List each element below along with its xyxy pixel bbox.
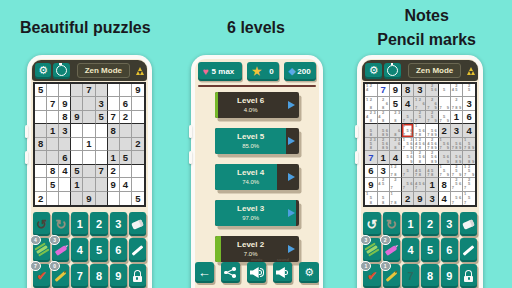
cell-r8c9[interactable]: 257	[463, 178, 475, 191]
pencil-mark: 9	[434, 106, 438, 110]
cell-r3c4[interactable]: 9	[71, 111, 83, 124]
cell-r6c4[interactable]	[71, 151, 83, 164]
cell-r4c1[interactable]: 58	[365, 124, 377, 137]
cell-r2c3[interactable]: 9	[59, 97, 71, 110]
pencil-mark: 5	[467, 88, 471, 92]
cell-r6c3[interactable]: 4	[390, 151, 402, 164]
cell-r1c4[interactable]: 8	[402, 84, 414, 97]
pencil-mark: 6	[434, 88, 438, 92]
cell-r6c5[interactable]	[83, 151, 95, 164]
digit-9-button[interactable]: 9	[441, 264, 458, 288]
cell-r3c6[interactable]: 5	[96, 111, 108, 124]
given-digit: 1	[429, 180, 434, 190]
music-button[interactable]: music	[247, 262, 266, 283]
cell-r6c7[interactable]: 569	[439, 151, 451, 164]
cell-r9c9[interactable]: 157	[463, 192, 475, 205]
cell-r4c7[interactable]: 2	[439, 124, 451, 137]
cell-r1c3[interactable]: 9	[390, 84, 402, 97]
entered-digit: 7	[380, 85, 385, 95]
volume-button[interactable]	[25, 125, 28, 138]
cell-r4c2[interactable]: 5689	[378, 124, 390, 137]
undo-button[interactable]: ↺	[33, 212, 50, 236]
cell-r5c7[interactable]	[108, 138, 120, 151]
cell-r3c3[interactable]: 238	[390, 111, 402, 124]
cell-r5c2[interactable]: 25689	[378, 138, 390, 151]
undo-button[interactable]: ↺	[363, 212, 380, 236]
given-digit: 7	[50, 99, 55, 109]
volume-button[interactable]	[355, 151, 358, 164]
cell-r2c5[interactable]: 1267	[414, 97, 426, 110]
cell-r8c4[interactable]: 567	[402, 178, 414, 191]
cell-r1c7[interactable]	[108, 84, 120, 97]
cell-r4c6[interactable]: 56789	[426, 124, 438, 137]
bottom-nav: ←musicsound⚙	[195, 262, 319, 283]
given-digit: 9	[393, 85, 398, 95]
lock-button[interactable]	[129, 264, 146, 288]
pencil-icon	[55, 271, 67, 282]
level-label: Level 2	[215, 240, 287, 249]
pencil-mark: 7	[414, 106, 418, 110]
cell-r3c9[interactable]: 6	[463, 111, 475, 124]
cell-r8c3[interactable]: 27	[390, 178, 402, 191]
cell-r8c9[interactable]	[132, 178, 144, 191]
cell-r3c1[interactable]: 2348	[365, 111, 377, 124]
cell-r7c9[interactable]	[132, 165, 144, 178]
digit-7-button[interactable]: 7	[402, 264, 419, 288]
cell-r7c1[interactable]	[35, 165, 47, 178]
pen-icon	[463, 245, 475, 256]
given-digit: 5	[38, 85, 43, 95]
pencil-mark: 6	[397, 142, 401, 146]
level-progress: 4.0%	[215, 107, 287, 113]
cell-r2c8[interactable]: 6	[120, 97, 132, 110]
cell-r3c8[interactable]: 2	[120, 111, 132, 124]
sound-button[interactable]: sound	[273, 262, 292, 283]
cell-r8c2[interactable]: 245	[378, 178, 390, 191]
cell-r9c6[interactable]	[96, 192, 108, 205]
cell-r3c9[interactable]	[132, 111, 144, 124]
given-digit: 3	[454, 126, 459, 136]
achievements-icon[interactable]	[136, 67, 144, 75]
share-button[interactable]	[221, 262, 240, 283]
cell-r9c5[interactable]: 9	[83, 192, 95, 205]
marker-button[interactable]: 3	[52, 238, 69, 262]
pencil-mark: 2	[393, 178, 397, 182]
cell-r2c2[interactable]: 268	[378, 97, 390, 110]
given-digit: 6	[123, 99, 128, 109]
count-badge: 1	[380, 261, 391, 271]
cell-r2c3[interactable]: 5	[390, 97, 402, 110]
cell-r2c6[interactable]: 2679	[426, 97, 438, 110]
pencils-button[interactable]: 3	[363, 238, 380, 262]
cell-r7c7[interactable]: 1579	[439, 165, 451, 178]
cell-r8c4[interactable]: 1	[71, 178, 83, 191]
cell-r7c3[interactable]: 4	[59, 165, 71, 178]
divider	[198, 85, 316, 87]
cell-r3c8[interactable]: 1	[451, 111, 463, 124]
cell-r9c6[interactable]: 3	[426, 192, 438, 205]
cell-r2c8[interactable]: 2789	[451, 97, 463, 110]
level-item-level-5[interactable]: Level 585.0%	[215, 128, 299, 154]
cell-r5c4[interactable]: 135679	[402, 138, 414, 151]
pencil-mark: 3	[373, 111, 377, 115]
digit-4-button[interactable]: 4	[71, 238, 88, 262]
cell-r7c8[interactable]	[120, 165, 132, 178]
cell-r9c9[interactable]: 5	[132, 192, 144, 205]
timer-button[interactable]	[384, 63, 401, 79]
given-digit: 9	[74, 112, 79, 122]
cell-r5c5[interactable]: 1245678	[414, 138, 426, 151]
digit-6-button[interactable]: 6	[441, 238, 458, 262]
cell-r1c6[interactable]: 256	[426, 84, 438, 97]
entered-digit: 7	[368, 153, 373, 163]
pencil-mark: 9	[434, 133, 438, 137]
pen-button[interactable]	[460, 238, 477, 262]
pencils-button[interactable]: 4	[33, 238, 50, 262]
cell-r3c2[interactable]: 248	[378, 111, 390, 124]
cell-r4c9[interactable]	[132, 124, 144, 137]
settings-button[interactable]: ⚙	[365, 63, 382, 79]
digit-8-button[interactable]: 8	[90, 264, 107, 288]
level-item-level-6[interactable]: Level 64.0%	[215, 92, 299, 118]
redo-button[interactable]: ↻	[383, 212, 400, 236]
gems-value: 200	[297, 67, 310, 76]
pencil-mark: 8	[393, 200, 397, 205]
cell-r9c4[interactable]	[71, 192, 83, 205]
cell-r5c3[interactable]	[59, 138, 71, 151]
lives-pill: ♥5 max	[198, 62, 242, 81]
cell-r8c6[interactable]: 1	[426, 178, 438, 191]
pencil-mark: 7	[414, 186, 418, 190]
cell-r3c2[interactable]	[47, 111, 59, 124]
given-digit: 4	[405, 99, 410, 109]
digit-7-button[interactable]: 7	[71, 264, 88, 288]
sudoku-board-right: 1247983256524525128268541267267979278932…	[363, 82, 477, 207]
cell-r7c5[interactable]	[83, 165, 95, 178]
cell-r3c5[interactable]	[83, 111, 95, 124]
cell-r9c1[interactable]: 2	[35, 192, 47, 205]
cell-r4c2[interactable]: 1	[47, 124, 59, 137]
volume-button[interactable]	[355, 125, 358, 138]
cell-r6c1[interactable]: 7	[365, 151, 377, 164]
cell-r1c6[interactable]	[96, 84, 108, 97]
check-icon: ✔	[367, 270, 377, 282]
cell-r9c7[interactable]	[108, 192, 120, 205]
marker-button[interactable]: 2	[383, 238, 400, 262]
cell-r3c6[interactable]: 2579	[426, 111, 438, 124]
given-digit: 2	[111, 166, 116, 176]
cell-r4c3[interactable]: 3	[59, 124, 71, 137]
cell-r8c3[interactable]	[59, 178, 71, 191]
cell-r7c9[interactable]: 12579	[463, 165, 475, 178]
cell-r6c2[interactable]	[47, 151, 59, 164]
cell-r4c8[interactable]	[120, 124, 132, 137]
cell-r6c3[interactable]: 6	[59, 151, 71, 164]
settings-button[interactable]: ⚙	[299, 262, 318, 283]
pencil-mark: 7	[451, 186, 455, 190]
cell-r1c7[interactable]: 5	[439, 84, 451, 97]
cell-r3c4[interactable]: 579	[402, 111, 414, 124]
given-digit: 3	[62, 126, 67, 136]
eraser-button[interactable]	[460, 212, 477, 236]
cell-r4c6[interactable]	[96, 124, 108, 137]
given-digit: 4	[467, 126, 472, 136]
cell-r9c8[interactable]: 567	[451, 192, 463, 205]
cell-r2c4[interactable]	[71, 97, 83, 110]
pencil-mark: 9	[385, 146, 389, 150]
level-item-level-4[interactable]: Level 474.0%	[215, 164, 299, 190]
cell-r2c1[interactable]	[35, 97, 47, 110]
digit-3-button[interactable]: 3	[110, 212, 127, 236]
cell-r7c2[interactable]: 8	[47, 165, 59, 178]
cell-r1c9[interactable]: 9	[132, 84, 144, 97]
cell-r9c1[interactable]: 158	[365, 192, 377, 205]
tool-pad-right: ↺↻12332456✔11789	[362, 212, 478, 288]
cell-r8c7[interactable]: 9	[108, 178, 120, 191]
pencil-mark: 9	[458, 173, 462, 177]
cell-r9c3[interactable]	[59, 192, 71, 205]
cell-r4c9[interactable]: 4	[463, 124, 475, 137]
digit-5-button[interactable]: 5	[90, 238, 107, 262]
cell-r7c7[interactable]: 2	[108, 165, 120, 178]
pen-button[interactable]	[129, 238, 146, 262]
redo-button[interactable]: ↻	[52, 212, 69, 236]
given-digit: 2	[405, 194, 410, 204]
panel-title: NotesPencil marks	[341, 0, 512, 52]
cell-r6c1[interactable]	[35, 151, 47, 164]
cell-r9c2[interactable]: 58	[378, 192, 390, 205]
cell-r3c7[interactable]: 7	[108, 111, 120, 124]
cell-r6c5[interactable]: 2568	[414, 151, 426, 164]
play-icon	[288, 245, 295, 253]
check-button[interactable]: ✔7	[33, 264, 50, 288]
cell-r7c6[interactable]: 4578	[426, 165, 438, 178]
cell-r5c3[interactable]: 2368	[390, 138, 402, 151]
pencil-mark: 6	[409, 182, 413, 186]
cell-r5c5[interactable]: 1	[83, 138, 95, 151]
cell-r2c6[interactable]: 3	[96, 97, 108, 110]
cell-r6c9[interactable]: 589	[463, 151, 475, 164]
cell-r6c6[interactable]	[96, 151, 108, 164]
cell-r8c2[interactable]: 5	[47, 178, 59, 191]
cell-r1c5[interactable]: 7	[83, 84, 95, 97]
cell-r7c6[interactable]: 7	[96, 165, 108, 178]
cell-r5c8[interactable]	[120, 138, 132, 151]
cell-r5c9[interactable]: 2	[132, 138, 144, 151]
cell-r1c4[interactable]	[71, 84, 83, 97]
digit-5-button[interactable]: 5	[421, 238, 438, 262]
zen-mode-button[interactable]: Zen Mode	[77, 63, 130, 78]
cell-r1c1[interactable]: 5	[35, 84, 47, 97]
cell-r2c9[interactable]	[132, 97, 144, 110]
cell-r7c4[interactable]: 57	[402, 165, 414, 178]
digit-2-button[interactable]: 2	[421, 212, 438, 236]
zen-mode-button[interactable]: Zen Mode	[408, 63, 461, 78]
digit-6-button[interactable]: 6	[110, 238, 127, 262]
cell-r2c4[interactable]: 4	[402, 97, 414, 110]
cell-r2c7[interactable]: 79	[439, 97, 451, 110]
cell-r5c1[interactable]: 2358	[365, 138, 377, 151]
digit-2-button[interactable]: 2	[90, 212, 107, 236]
pencil-mark: 9	[446, 146, 450, 150]
cell-r9c5[interactable]: 9	[414, 192, 426, 205]
cell-r1c5[interactable]: 3	[414, 84, 426, 97]
cell-r4c1[interactable]	[35, 124, 47, 137]
cell-r2c2[interactable]: 7	[47, 97, 59, 110]
cell-r4c7[interactable]: 8	[108, 124, 120, 137]
cell-r6c4[interactable]: 3569	[402, 151, 414, 164]
cell-r5c6[interactable]	[96, 138, 108, 151]
sudoku-board-left: 579793689572138812615845725194295	[33, 82, 146, 207]
given-digit: 9	[135, 85, 140, 95]
pencil-mark: 6	[458, 182, 462, 186]
cell-r7c8[interactable]: 2579	[451, 165, 463, 178]
cell-r4c5[interactable]: 15678	[414, 124, 426, 137]
given-digit: 9	[86, 194, 91, 204]
given-digit: 2	[123, 112, 128, 122]
volume-button[interactable]	[25, 151, 28, 164]
cell-r4c3[interactable]: 68	[390, 124, 402, 137]
pencil-mark: 8	[418, 159, 422, 163]
cell-r8c1[interactable]	[35, 178, 47, 191]
cell-r5c4[interactable]	[71, 138, 83, 151]
given-digit: 3	[467, 99, 472, 109]
timer-button[interactable]	[53, 63, 69, 79]
digit-3-button[interactable]: 3	[441, 212, 458, 236]
cell-r8c5[interactable]: 4567	[414, 178, 426, 191]
cell-r6c6[interactable]: 25689	[426, 151, 438, 164]
lock-button[interactable]	[460, 264, 477, 288]
digit-1-button[interactable]: 1	[71, 212, 88, 236]
cell-r4c8[interactable]: 3	[451, 124, 463, 137]
given-digit: 4	[393, 153, 398, 163]
cell-r4c5[interactable]	[83, 124, 95, 137]
cell-r7c1[interactable]: 6	[365, 165, 377, 178]
cell-r7c4[interactable]: 5	[71, 165, 83, 178]
digit-4-button[interactable]: 4	[402, 238, 419, 262]
cell-r2c9[interactable]: 3	[463, 97, 475, 110]
pencil-mark: 7	[402, 186, 406, 190]
cell-r2c5[interactable]	[83, 97, 95, 110]
cell-r1c8[interactable]	[120, 84, 132, 97]
cell-r5c2[interactable]	[47, 138, 59, 151]
cell-r6c8[interactable]: 5689	[451, 151, 463, 164]
cell-r4c4[interactable]: 15679	[402, 124, 414, 137]
cell-r9c3[interactable]: 178	[390, 192, 402, 205]
back-button[interactable]: ←	[195, 262, 214, 283]
achievements-icon[interactable]	[467, 67, 475, 75]
cell-r8c8[interactable]: 4	[120, 178, 132, 191]
cell-r5c7[interactable]: 15679	[439, 138, 451, 151]
cell-r7c3[interactable]: 1278	[390, 165, 402, 178]
cell-r6c9[interactable]	[132, 151, 144, 164]
share-icon	[224, 267, 236, 278]
cell-r1c8[interactable]: 245	[451, 84, 463, 97]
cell-r3c7[interactable]: 579	[439, 111, 451, 124]
given-digit: 1	[74, 180, 79, 190]
given-digit: 1	[50, 126, 55, 136]
cell-r1c1[interactable]: 124	[365, 84, 377, 97]
cell-r1c3[interactable]	[59, 84, 71, 97]
cell-r7c5[interactable]: 4578	[414, 165, 426, 178]
level-item-level-3[interactable]: Level 397.0%	[215, 200, 299, 226]
lock-icon	[133, 270, 142, 282]
settings-button[interactable]: ⚙	[35, 63, 51, 79]
volume-button[interactable]	[189, 125, 192, 138]
given-digit: 5	[393, 99, 398, 109]
cell-r6c8[interactable]: 5	[120, 151, 132, 164]
cell-r7c2[interactable]: 3	[378, 165, 390, 178]
pencil-button[interactable]: 1	[383, 264, 400, 288]
eraser-button[interactable]	[129, 212, 146, 236]
cell-r4c4[interactable]	[71, 124, 83, 137]
cell-r9c4[interactable]: 2	[402, 192, 414, 205]
given-digit: 8	[405, 85, 410, 95]
cell-r5c1[interactable]: 8	[35, 138, 47, 151]
cell-r9c7[interactable]: 4	[439, 192, 451, 205]
cell-r1c2[interactable]	[47, 84, 59, 97]
cell-r2c7[interactable]	[108, 97, 120, 110]
given-digit: 5	[74, 166, 79, 176]
pencil-mark: 6	[385, 102, 389, 106]
star-icon: ★	[252, 66, 262, 77]
pencil-mark: 6	[458, 196, 462, 201]
cell-r5c6[interactable]: 2456789	[426, 138, 438, 151]
cell-r1c2[interactable]: 7	[378, 84, 390, 97]
pencil-mark: 8	[369, 146, 373, 150]
cell-r9c2[interactable]	[47, 192, 59, 205]
cell-r8c6[interactable]	[96, 178, 108, 191]
pencil-mark: 5	[467, 196, 471, 201]
phone-screen: ⚙ Zen Mode 12479832565245251282685412672…	[361, 59, 479, 288]
cell-r1c9[interactable]: 25	[463, 84, 475, 97]
top-bar: ⚙ Zen Mode	[32, 60, 147, 81]
volume-button[interactable]	[189, 151, 192, 164]
cell-r3c3[interactable]: 8	[59, 111, 71, 124]
phone-mockup-right: ⚙ Zen Mode 12479832565245251282685412672…	[357, 55, 483, 288]
cell-r2c1[interactable]: 128	[365, 97, 377, 110]
play-icon	[288, 101, 295, 109]
cell-r8c1[interactable]: 9	[365, 178, 377, 191]
given-digit: 8	[111, 126, 116, 136]
back-icon: ←	[198, 266, 211, 279]
cell-r5c9[interactable]: 15789	[463, 138, 475, 151]
pencil-mark: 8	[393, 146, 397, 150]
cell-r3c1[interactable]	[35, 111, 47, 124]
cell-r3c5[interactable]: 257	[414, 111, 426, 124]
given-digit: 4	[62, 166, 67, 176]
digit-1-button[interactable]: 1	[402, 212, 419, 236]
digit-9-button[interactable]: 9	[110, 264, 127, 288]
gear-icon: ⚙	[38, 65, 48, 76]
given-digit: 3	[429, 194, 434, 204]
given-digit: 3	[417, 85, 422, 95]
cell-r5c8[interactable]: 56789	[451, 138, 463, 151]
given-digit: 1	[454, 112, 459, 122]
cell-r8c7[interactable]: 8	[439, 178, 451, 191]
pencil-button[interactable]: 0	[52, 264, 69, 288]
check-button[interactable]: ✔1	[363, 264, 380, 288]
digit-8-button[interactable]: 8	[421, 264, 438, 288]
cell-r8c5[interactable]	[83, 178, 95, 191]
pencil-mark: 7	[451, 200, 455, 205]
cell-r8c8[interactable]: 2567	[451, 178, 463, 191]
cell-r6c7[interactable]: 1	[108, 151, 120, 164]
cell-r9c8[interactable]	[120, 192, 132, 205]
cell-r6c2[interactable]: 1	[378, 151, 390, 164]
given-digit: 3	[380, 166, 385, 176]
given-digit: 9	[368, 180, 373, 190]
